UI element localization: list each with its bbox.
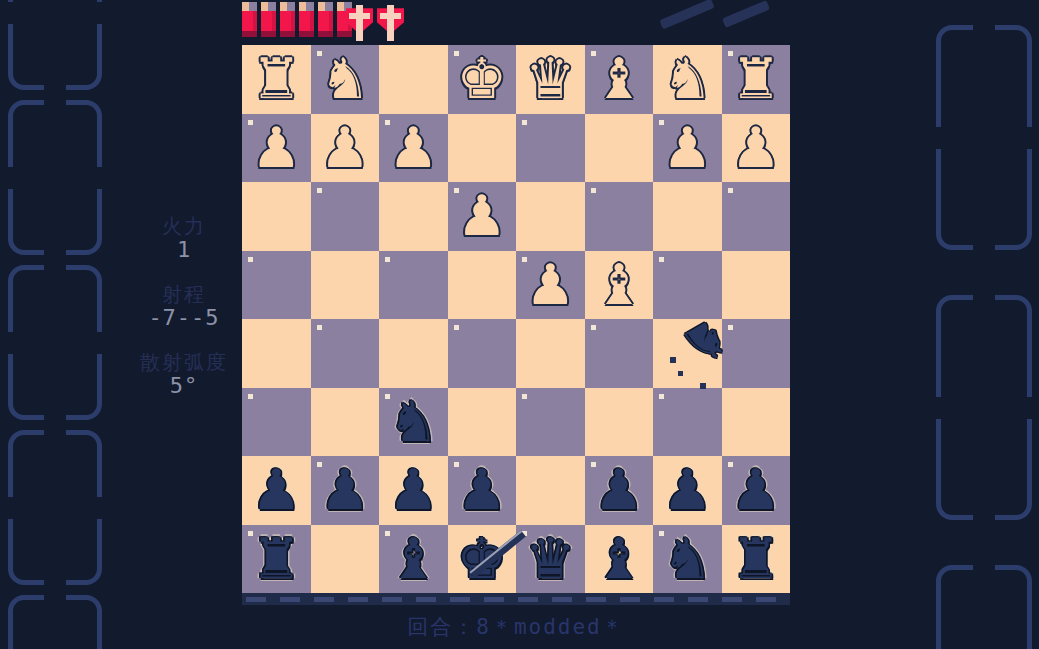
heart-life-icon: [377, 5, 404, 41]
square-b1[interactable]: [311, 525, 380, 594]
black-queen: ♛: [525, 525, 575, 593]
white-bishop: ♝: [594, 251, 644, 319]
background-bracket-tile: [936, 565, 1032, 649]
black-pawn: ♟: [731, 456, 781, 524]
square-h7[interactable]: ♟: [722, 114, 791, 183]
square-f7[interactable]: [585, 114, 654, 183]
stat-label-spread: 散射弧度: [118, 350, 250, 374]
black-pawn: ♟: [662, 456, 712, 524]
square-h3[interactable]: [722, 388, 791, 457]
stat-value-range: -7--5: [118, 306, 250, 330]
square-f2[interactable]: ♟: [585, 456, 654, 525]
weapon-stats: 火力 1 射程 -7--5 散射弧度 5°: [118, 214, 250, 398]
square-a5[interactable]: [242, 251, 311, 320]
square-b5[interactable]: [311, 251, 380, 320]
shotgun-shell-icon: [261, 2, 276, 37]
square-c7[interactable]: ♟: [379, 114, 448, 183]
square-b6[interactable]: [311, 182, 380, 251]
square-h6[interactable]: [722, 182, 791, 251]
black-pawn: ♟: [457, 456, 507, 524]
square-e5[interactable]: ♟: [516, 251, 585, 320]
game-screen: 火力 1 射程 -7--5 散射弧度 5° ♜♞♚♛♝♞♜♟♟♟♟♟♟♟♝♞♟♟…: [0, 0, 1039, 649]
white-pawn: ♟: [388, 114, 438, 182]
square-f6[interactable]: [585, 182, 654, 251]
square-e2[interactable]: [516, 456, 585, 525]
white-queen: ♛: [525, 45, 575, 113]
square-c5[interactable]: [379, 251, 448, 320]
square-b2[interactable]: ♟: [311, 456, 380, 525]
square-a4[interactable]: [242, 319, 311, 388]
white-pawn: ♟: [662, 114, 712, 182]
black-pawn: ♟: [251, 456, 301, 524]
quill-icon: [659, 0, 714, 30]
shotgun-shell-icon: [242, 2, 257, 37]
stat-label-range: 射程: [118, 282, 250, 306]
square-g8[interactable]: ♞: [653, 45, 722, 114]
debris-pixel: [700, 383, 706, 389]
black-king: ♚: [457, 525, 507, 593]
square-d5[interactable]: [448, 251, 517, 320]
stat-value-firepower: 1: [118, 238, 250, 262]
square-h5[interactable]: [722, 251, 791, 320]
square-a1[interactable]: ♜: [242, 525, 311, 594]
debris-pixel: [670, 357, 676, 363]
board-bottom-edge: [242, 593, 790, 605]
square-h8[interactable]: ♜: [722, 45, 791, 114]
background-bracket-tile: [8, 595, 102, 649]
stat-label-firepower: 火力: [118, 214, 250, 238]
square-d7[interactable]: [448, 114, 517, 183]
square-a6[interactable]: [242, 182, 311, 251]
debris-pixel: [678, 371, 683, 376]
square-d8[interactable]: ♚: [448, 45, 517, 114]
background-bracket-tile: [936, 295, 1032, 520]
black-rook: ♜: [251, 525, 301, 593]
square-a7[interactable]: ♟: [242, 114, 311, 183]
black-knight: ♞: [662, 525, 712, 593]
square-d4[interactable]: [448, 319, 517, 388]
square-c3[interactable]: ♞: [379, 388, 448, 457]
square-d3[interactable]: [448, 388, 517, 457]
quill-icon: [722, 0, 770, 28]
square-b8[interactable]: ♞: [311, 45, 380, 114]
white-pawn: ♟: [525, 251, 575, 319]
stat-value-spread: 5°: [118, 374, 250, 398]
square-a2[interactable]: ♟: [242, 456, 311, 525]
square-f5[interactable]: ♝: [585, 251, 654, 320]
black-pawn: ♟: [320, 456, 370, 524]
white-pawn: ♟: [457, 182, 507, 250]
black-rook: ♜: [731, 525, 781, 593]
black-knight: ♞: [388, 388, 438, 456]
square-a8[interactable]: ♜: [242, 45, 311, 114]
white-rook: ♜: [731, 45, 781, 113]
square-g1[interactable]: ♞: [653, 525, 722, 594]
square-b3[interactable]: [311, 388, 380, 457]
shotgun-shell-icon: [299, 2, 314, 37]
turn-counter: 回合：8＊modded＊: [242, 613, 790, 641]
white-pawn: ♟: [251, 114, 301, 182]
square-c4[interactable]: [379, 319, 448, 388]
black-bishop: ♝: [388, 525, 438, 593]
square-c8[interactable]: [379, 45, 448, 114]
shotgun-shell-icon: [318, 2, 333, 37]
white-bishop: ♝: [594, 45, 644, 113]
white-king: ♚: [457, 45, 507, 113]
shell-row: [242, 2, 352, 37]
square-b7[interactable]: ♟: [311, 114, 380, 183]
square-h1[interactable]: ♜: [722, 525, 791, 594]
square-d1[interactable]: ♚: [448, 525, 517, 594]
square-e6[interactable]: [516, 182, 585, 251]
shotgun-shell-icon: [280, 2, 295, 37]
background-bracket-tile: [8, 430, 102, 585]
square-h2[interactable]: ♟: [722, 456, 791, 525]
square-a3[interactable]: [242, 388, 311, 457]
square-g7[interactable]: ♟: [653, 114, 722, 183]
white-knight: ♞: [662, 45, 712, 113]
background-bracket-tile: [8, 100, 102, 255]
square-e3[interactable]: [516, 388, 585, 457]
square-c1[interactable]: ♝: [379, 525, 448, 594]
heart-life-icon: [346, 5, 373, 41]
background-bracket-tile: [936, 25, 1032, 250]
square-e1[interactable]: ♛: [516, 525, 585, 594]
square-b4[interactable]: [311, 319, 380, 388]
square-f8[interactable]: ♝: [585, 45, 654, 114]
black-pawn: ♟: [594, 456, 644, 524]
square-f3[interactable]: [585, 388, 654, 457]
square-f4[interactable]: [585, 319, 654, 388]
square-g6[interactable]: [653, 182, 722, 251]
white-rook: ♜: [251, 45, 301, 113]
black-pawn: ♟: [388, 456, 438, 524]
background-bracket-tile: [8, 265, 102, 420]
white-pawn: ♟: [731, 114, 781, 182]
square-c6[interactable]: [379, 182, 448, 251]
square-d6[interactable]: ♟: [448, 182, 517, 251]
white-pawn: ♟: [320, 114, 370, 182]
background-bracket-tile: [8, 0, 102, 90]
square-d2[interactable]: ♟: [448, 456, 517, 525]
square-f1[interactable]: ♝: [585, 525, 654, 594]
heart-row: [346, 5, 404, 41]
square-e4[interactable]: [516, 319, 585, 388]
square-e7[interactable]: [516, 114, 585, 183]
black-bishop: ♝: [594, 525, 644, 593]
square-e8[interactable]: ♛: [516, 45, 585, 114]
square-c2[interactable]: ♟: [379, 456, 448, 525]
square-g2[interactable]: ♟: [653, 456, 722, 525]
white-knight: ♞: [320, 45, 370, 113]
square-g3[interactable]: [653, 388, 722, 457]
